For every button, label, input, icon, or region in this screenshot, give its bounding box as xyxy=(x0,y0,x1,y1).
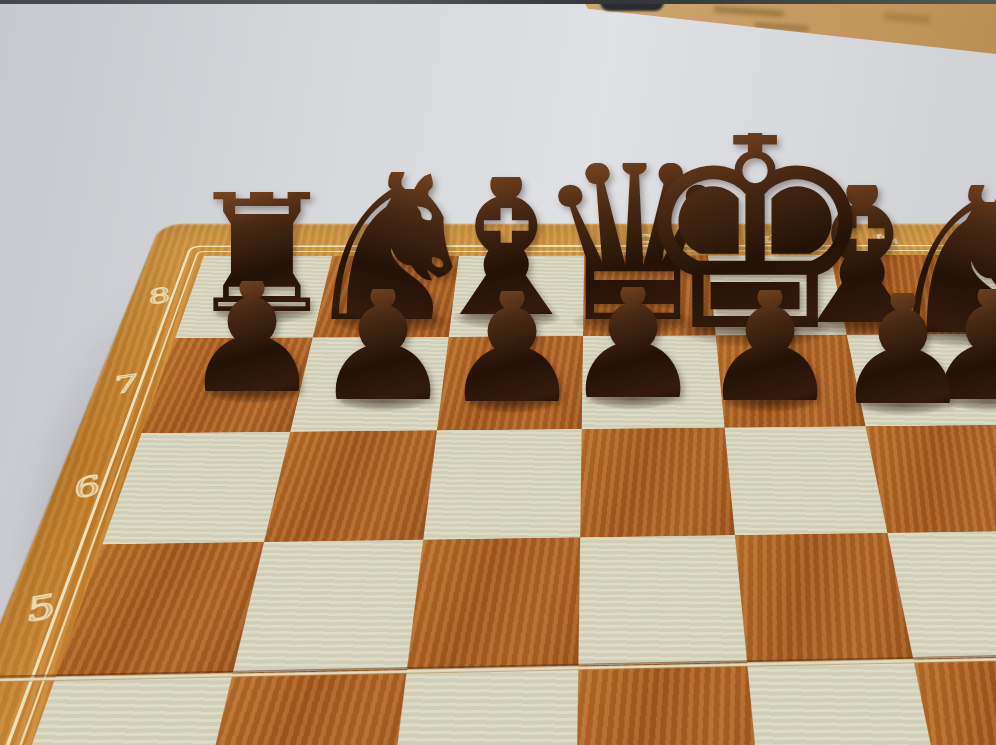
black-pawn-b7[interactable]: ♟ xyxy=(312,282,454,400)
pawn-glyph: ♟ xyxy=(441,291,583,402)
black-pawn-c7[interactable]: ♟ xyxy=(441,284,583,402)
black-pawn-e7[interactable]: ♟ xyxy=(699,283,841,401)
pawn-glyph: ♟ xyxy=(562,287,704,398)
black-pawn-d7[interactable]: ♟ xyxy=(562,280,704,398)
photo-scene: ABCDEFGH87654321 ♜♝♞♛♝♚♞♜♟♟♟♟♟♟♟♟ xyxy=(0,0,996,745)
pawn-glyph: ♟ xyxy=(312,289,454,400)
pawn-glyph: ♟ xyxy=(699,290,841,401)
pieces-layer: ♜♝♞♛♝♚♞♜♟♟♟♟♟♟♟♟ xyxy=(0,0,996,745)
black-pawn-f7[interactable]: ♟ xyxy=(832,286,974,404)
pawn-glyph: ♟ xyxy=(181,281,323,392)
black-pawn-a7[interactable]: ♟ xyxy=(181,274,323,392)
photo-top-edge xyxy=(0,0,996,4)
pawn-glyph: ♟ xyxy=(832,293,974,404)
